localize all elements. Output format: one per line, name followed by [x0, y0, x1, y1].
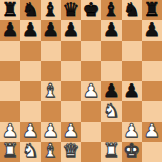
piece-white-pawn[interactable]: ♟	[143, 122, 160, 141]
piece-black-bishop[interactable]: ♝	[103, 0, 120, 19]
square-c1[interactable]: ♝	[41, 142, 61, 162]
square-d4[interactable]	[61, 81, 81, 101]
square-c6[interactable]	[41, 41, 61, 61]
piece-white-pawn[interactable]: ♟	[83, 81, 100, 100]
piece-white-pawn[interactable]: ♟	[2, 122, 19, 141]
square-a7[interactable]: ♟	[0, 20, 20, 40]
square-h2[interactable]: ♟	[142, 122, 162, 142]
square-b3[interactable]	[20, 101, 40, 121]
square-h6[interactable]	[142, 41, 162, 61]
square-e6[interactable]	[81, 41, 101, 61]
square-h5[interactable]	[142, 61, 162, 81]
piece-black-pawn[interactable]: ♟	[22, 20, 39, 39]
square-a1[interactable]: ♜	[0, 142, 20, 162]
square-e3[interactable]	[81, 101, 101, 121]
square-a2[interactable]: ♟	[0, 122, 20, 142]
piece-black-pawn[interactable]: ♟	[2, 20, 19, 39]
piece-white-knight[interactable]: ♞	[22, 142, 39, 161]
square-b7[interactable]: ♟	[20, 20, 40, 40]
square-c4[interactable]: ♝	[41, 81, 61, 101]
piece-black-knight[interactable]: ♞	[123, 0, 140, 19]
square-c3[interactable]	[41, 101, 61, 121]
piece-black-pawn[interactable]: ♟	[62, 20, 79, 39]
square-d2[interactable]: ♟	[61, 122, 81, 142]
square-g4[interactable]: ♟	[122, 81, 142, 101]
square-h8[interactable]: ♜	[142, 0, 162, 20]
square-f1[interactable]: ♜	[101, 142, 121, 162]
piece-white-pawn[interactable]: ♟	[123, 122, 140, 141]
square-d6[interactable]	[61, 41, 81, 61]
piece-black-pawn[interactable]: ♟	[103, 81, 120, 100]
square-g1[interactable]: ♚	[122, 142, 142, 162]
piece-black-pawn[interactable]: ♟	[143, 20, 160, 39]
square-e5[interactable]	[81, 61, 101, 81]
square-e2[interactable]	[81, 122, 101, 142]
square-d8[interactable]: ♛	[61, 0, 81, 20]
piece-black-pawn[interactable]: ♟	[42, 20, 59, 39]
square-g5[interactable]	[122, 61, 142, 81]
square-e7[interactable]	[81, 20, 101, 40]
piece-black-knight[interactable]: ♞	[22, 0, 39, 19]
square-b1[interactable]: ♞	[20, 142, 40, 162]
square-c2[interactable]: ♟	[41, 122, 61, 142]
square-d1[interactable]: ♛	[61, 142, 81, 162]
piece-black-king[interactable]: ♚	[83, 0, 100, 19]
square-d3[interactable]	[61, 101, 81, 121]
piece-white-pawn[interactable]: ♟	[22, 122, 39, 141]
square-a3[interactable]	[0, 101, 20, 121]
piece-white-rook[interactable]: ♜	[2, 142, 19, 161]
square-c8[interactable]: ♝	[41, 0, 61, 20]
square-h7[interactable]: ♟	[142, 20, 162, 40]
square-b2[interactable]: ♟	[20, 122, 40, 142]
square-e4[interactable]: ♟	[81, 81, 101, 101]
chess-board: ♜♞♝♛♚♝♞♜♟♟♟♟♟♟♝♟♟♟♞♟♟♟♟♟♟♜♞♝♛♜♚	[0, 0, 162, 162]
square-e8[interactable]: ♚	[81, 0, 101, 20]
square-a6[interactable]	[0, 41, 20, 61]
square-f8[interactable]: ♝	[101, 0, 121, 20]
square-g6[interactable]	[122, 41, 142, 61]
piece-black-queen[interactable]: ♛	[62, 0, 79, 19]
piece-black-bishop[interactable]: ♝	[42, 0, 59, 19]
square-h3[interactable]	[142, 101, 162, 121]
piece-white-bishop[interactable]: ♝	[42, 142, 59, 161]
square-f2[interactable]	[101, 122, 121, 142]
square-g3[interactable]	[122, 101, 142, 121]
square-d7[interactable]: ♟	[61, 20, 81, 40]
piece-black-pawn[interactable]: ♟	[123, 81, 140, 100]
piece-white-knight[interactable]: ♞	[103, 101, 120, 120]
piece-white-pawn[interactable]: ♟	[42, 122, 59, 141]
square-d5[interactable]	[61, 61, 81, 81]
piece-white-king[interactable]: ♚	[123, 142, 140, 161]
square-f4[interactable]: ♟	[101, 81, 121, 101]
square-h1[interactable]	[142, 142, 162, 162]
square-b5[interactable]	[20, 61, 40, 81]
square-b6[interactable]	[20, 41, 40, 61]
piece-white-rook[interactable]: ♜	[103, 142, 120, 161]
piece-white-queen[interactable]: ♛	[62, 142, 79, 161]
piece-white-pawn[interactable]: ♟	[62, 122, 79, 141]
square-a4[interactable]	[0, 81, 20, 101]
square-g2[interactable]: ♟	[122, 122, 142, 142]
square-a8[interactable]: ♜	[0, 0, 20, 20]
square-f7[interactable]: ♟	[101, 20, 121, 40]
piece-white-bishop[interactable]: ♝	[42, 81, 59, 100]
square-e1[interactable]	[81, 142, 101, 162]
square-f3[interactable]: ♞	[101, 101, 121, 121]
square-b8[interactable]: ♞	[20, 0, 40, 20]
square-c7[interactable]: ♟	[41, 20, 61, 40]
square-g7[interactable]	[122, 20, 142, 40]
square-b4[interactable]	[20, 81, 40, 101]
square-c5[interactable]	[41, 61, 61, 81]
square-a5[interactable]	[0, 61, 20, 81]
square-h4[interactable]	[142, 81, 162, 101]
piece-black-rook[interactable]: ♜	[2, 0, 19, 19]
square-f5[interactable]	[101, 61, 121, 81]
piece-black-rook[interactable]: ♜	[143, 0, 160, 19]
square-g8[interactable]: ♞	[122, 0, 142, 20]
square-f6[interactable]	[101, 41, 121, 61]
piece-black-pawn[interactable]: ♟	[103, 20, 120, 39]
